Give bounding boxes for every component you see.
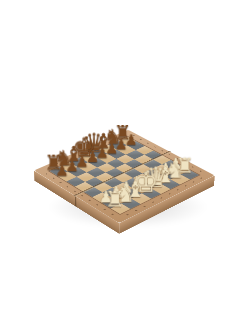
chess-piece-dark-pawn: ♟ xyxy=(55,163,69,178)
chess-board: ♜♟♟♜♞♟♟♞♝♟♟♝♛♟♟♛♚♟♟♚♝♟♟♝♞♟♟♞♜♟♟♜ xyxy=(34,130,215,224)
chess-piece-light-rook: ♜ xyxy=(105,189,125,211)
product-photo: ♜♟♟♜♞♟♟♞♝♟♟♝♛♟♟♛♚♟♟♚♝♟♟♝♞♟♟♞♜♟♟♜ xyxy=(0,0,240,327)
photo-scene: ♜♟♟♜♞♟♟♞♝♟♟♝♛♟♟♛♚♟♟♚♝♟♟♝♞♟♟♞♜♟♟♜ xyxy=(0,0,240,327)
